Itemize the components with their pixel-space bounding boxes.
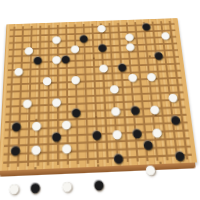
intersection[interactable]: ● — [9, 182, 20, 196]
intersection[interactable] — [43, 25, 52, 35]
intersection[interactable]: ● — [168, 92, 179, 103]
intersection[interactable] — [42, 55, 51, 66]
intersection[interactable]: ● — [71, 74, 81, 85]
intersection[interactable]: ● — [98, 43, 108, 53]
intersection[interactable] — [89, 43, 99, 53]
intersection[interactable] — [71, 85, 81, 96]
white-stone[interactable]: ● — [127, 71, 137, 82]
intersection[interactable] — [83, 179, 94, 193]
intersection[interactable]: ● — [97, 23, 106, 33]
intersection[interactable] — [100, 84, 110, 95]
intersection[interactable] — [41, 143, 51, 156]
intersection[interactable] — [72, 154, 83, 167]
intersection[interactable] — [42, 86, 52, 97]
white-stone[interactable]: ● — [146, 71, 157, 82]
white-stone[interactable]: ● — [112, 127, 123, 139]
white-stone[interactable]: ● — [9, 181, 20, 195]
intersection[interactable] — [80, 84, 90, 95]
go-grid: ●●●●●●●●●●●●●●●●●●●●●●●●●●●●●●●●●●●●●●●●… — [3, 21, 192, 168]
intersection[interactable] — [89, 63, 99, 74]
intersection[interactable] — [61, 25, 70, 35]
intersection[interactable] — [34, 35, 43, 45]
intersection[interactable] — [171, 40, 178, 50]
intersection[interactable]: ● — [52, 54, 61, 65]
intersection[interactable] — [80, 63, 90, 74]
intersection[interactable] — [41, 131, 51, 143]
intersection[interactable]: ● — [11, 120, 21, 132]
intersection[interactable] — [70, 53, 80, 64]
intersection[interactable]: ● — [110, 105, 121, 117]
intersection[interactable] — [32, 86, 42, 97]
intersection[interactable] — [51, 142, 61, 155]
intersection[interactable] — [72, 179, 83, 193]
intersection[interactable]: ● — [130, 104, 141, 116]
intersection[interactable] — [82, 129, 92, 141]
intersection[interactable] — [102, 140, 113, 153]
intersection[interactable]: ● — [22, 97, 32, 109]
intersection[interactable]: ● — [143, 139, 154, 152]
intersection[interactable]: ● — [93, 178, 104, 192]
intersection[interactable]: ● — [142, 22, 152, 32]
intersection[interactable] — [88, 24, 97, 34]
intersection[interactable]: ● — [52, 34, 61, 44]
intersection[interactable]: ● — [51, 130, 61, 142]
intersection[interactable] — [99, 73, 109, 84]
white-stone[interactable]: ● — [145, 163, 157, 176]
intersection[interactable] — [32, 97, 42, 109]
go-board: ●●●●●●●●●●●●●●●●●●●●●●●●●●●●●●●●●●●●●●●●… — [0, 18, 197, 171]
intersection[interactable] — [43, 35, 52, 45]
intersection[interactable] — [21, 132, 31, 144]
intersection[interactable]: ● — [14, 66, 24, 77]
intersection[interactable] — [12, 98, 22, 110]
white-stone[interactable]: ● — [71, 74, 81, 85]
black-stone[interactable]: ● — [79, 33, 88, 43]
intersection[interactable]: ● — [31, 143, 41, 156]
intersection[interactable] — [82, 141, 93, 154]
intersection[interactable] — [15, 36, 25, 46]
intersection[interactable] — [42, 108, 52, 120]
white-stone[interactable]: ● — [125, 41, 135, 51]
intersection[interactable] — [80, 74, 90, 85]
black-stone[interactable]: ● — [71, 106, 81, 118]
intersection[interactable]: ● — [117, 62, 127, 73]
black-stone[interactable]: ● — [113, 151, 124, 164]
black-stone[interactable]: ● — [130, 104, 141, 116]
intersection[interactable] — [72, 130, 82, 142]
white-stone[interactable]: ● — [160, 30, 170, 40]
intersection[interactable] — [172, 50, 179, 60]
intersection[interactable] — [21, 144, 32, 157]
intersection[interactable] — [52, 64, 61, 75]
intersection[interactable] — [52, 107, 62, 119]
intersection[interactable] — [52, 75, 62, 86]
black-stone[interactable]: ● — [174, 149, 186, 162]
intersection[interactable]: ● — [42, 75, 52, 86]
intersection[interactable] — [41, 119, 51, 131]
intersection[interactable]: ● — [146, 71, 157, 82]
intersection[interactable] — [34, 26, 43, 36]
intersection[interactable] — [188, 174, 197, 187]
intersection[interactable]: ● — [112, 128, 123, 140]
intersection[interactable]: ● — [24, 45, 34, 55]
intersection[interactable] — [81, 95, 91, 106]
white-stone[interactable]: ● — [109, 83, 119, 94]
intersection[interactable]: ● — [31, 120, 41, 132]
intersection[interactable] — [13, 87, 23, 98]
photo-background: ●●●●●●●●●●●●●●●●●●●●●●●●●●●●●●●●●●●●●●●●… — [0, 0, 200, 200]
intersection[interactable] — [33, 65, 43, 76]
white-stone[interactable]: ● — [52, 54, 61, 65]
intersection[interactable]: ● — [160, 30, 170, 40]
intersection[interactable]: ● — [30, 181, 41, 195]
intersection[interactable] — [90, 95, 100, 106]
intersection[interactable] — [16, 26, 25, 36]
intersection[interactable] — [21, 120, 31, 132]
white-stone[interactable]: ● — [31, 143, 41, 156]
black-stone[interactable]: ● — [143, 138, 154, 151]
intersection[interactable]: ● — [62, 118, 72, 130]
intersection[interactable]: ● — [70, 44, 79, 54]
white-stone[interactable]: ● — [42, 75, 52, 86]
black-stone[interactable]: ● — [61, 53, 70, 64]
intersection[interactable] — [41, 180, 52, 194]
intersection[interactable] — [102, 128, 113, 140]
black-stone[interactable]: ● — [10, 144, 21, 157]
black-stone[interactable]: ● — [153, 50, 163, 60]
intersection[interactable]: ● — [92, 129, 103, 141]
intersection[interactable] — [83, 166, 94, 179]
intersection[interactable]: ● — [127, 72, 137, 83]
intersection[interactable] — [19, 181, 30, 195]
intersection[interactable] — [103, 165, 114, 178]
white-stone[interactable]: ● — [52, 34, 61, 44]
intersection[interactable] — [10, 156, 21, 169]
white-stone[interactable]: ● — [31, 119, 41, 131]
intersection[interactable] — [71, 118, 81, 130]
intersection[interactable] — [42, 97, 52, 109]
black-stone[interactable]: ● — [132, 127, 143, 139]
white-stone[interactable]: ● — [99, 62, 109, 73]
intersection[interactable]: ● — [71, 107, 81, 119]
black-stone[interactable]: ● — [98, 42, 108, 52]
intersection[interactable]: ● — [99, 63, 109, 74]
intersection[interactable] — [23, 76, 33, 87]
intersection[interactable] — [15, 46, 25, 56]
intersection[interactable] — [89, 53, 99, 64]
intersection[interactable] — [61, 96, 71, 108]
intersection[interactable] — [81, 106, 91, 118]
intersection[interactable] — [181, 125, 189, 137]
intersection[interactable] — [41, 155, 51, 168]
intersection[interactable]: ● — [125, 41, 135, 51]
intersection[interactable] — [90, 73, 100, 84]
white-stone[interactable]: ● — [97, 23, 106, 33]
black-stone[interactable]: ● — [11, 120, 21, 132]
intersection[interactable]: ● — [174, 149, 186, 162]
intersection[interactable] — [70, 24, 79, 34]
intersection[interactable] — [24, 55, 34, 66]
intersection[interactable] — [82, 153, 93, 166]
intersection[interactable]: ● — [149, 103, 160, 115]
intersection[interactable] — [101, 117, 112, 129]
intersection[interactable] — [13, 76, 23, 87]
white-stone[interactable]: ● — [167, 91, 178, 102]
intersection[interactable] — [25, 26, 34, 36]
intersection[interactable]: ● — [62, 179, 73, 193]
intersection[interactable] — [79, 43, 89, 53]
intersection[interactable]: ● — [132, 127, 143, 139]
intersection[interactable] — [23, 65, 33, 76]
intersection[interactable]: ● — [10, 144, 21, 157]
intersection[interactable]: ● — [113, 152, 124, 165]
intersection[interactable] — [174, 70, 182, 81]
white-stone[interactable]: ● — [22, 97, 32, 109]
intersection[interactable]: ● — [152, 126, 163, 138]
intersection[interactable] — [101, 105, 111, 117]
black-stone[interactable]: ● — [51, 130, 61, 142]
black-stone[interactable]: ● — [33, 54, 43, 65]
intersection[interactable]: ● — [109, 83, 119, 94]
intersection[interactable] — [61, 64, 71, 75]
intersection[interactable] — [88, 33, 97, 43]
black-stone[interactable]: ● — [92, 128, 103, 140]
black-stone[interactable]: ● — [30, 180, 41, 194]
white-stone[interactable]: ● — [110, 105, 120, 117]
intersection[interactable] — [20, 168, 31, 181]
intersection[interactable] — [173, 60, 180, 71]
intersection[interactable] — [43, 45, 52, 55]
white-stone[interactable]: ● — [151, 126, 162, 138]
intersection[interactable] — [51, 155, 61, 168]
intersection[interactable] — [51, 180, 62, 194]
intersection[interactable] — [22, 109, 32, 121]
intersection[interactable] — [61, 34, 70, 44]
white-stone[interactable]: ● — [14, 65, 24, 76]
white-stone[interactable]: ● — [62, 179, 73, 193]
intersection[interactable] — [51, 167, 62, 180]
white-stone[interactable]: ● — [52, 96, 62, 108]
intersection[interactable] — [62, 154, 72, 167]
intersection[interactable]: ● — [170, 114, 181, 126]
intersection[interactable]: ● — [52, 96, 62, 108]
black-stone[interactable]: ● — [93, 178, 104, 192]
black-stone[interactable]: ● — [141, 21, 151, 31]
intersection[interactable] — [72, 142, 82, 155]
intersection[interactable] — [72, 166, 83, 179]
intersection[interactable] — [20, 156, 31, 169]
white-stone[interactable]: ● — [24, 45, 34, 55]
intersection[interactable] — [81, 118, 91, 130]
intersection[interactable] — [61, 74, 71, 85]
intersection[interactable] — [41, 168, 52, 181]
intersection[interactable] — [90, 84, 100, 95]
white-stone[interactable]: ● — [70, 43, 79, 53]
intersection[interactable] — [104, 178, 115, 192]
intersection[interactable]: ● — [79, 33, 88, 43]
intersection[interactable] — [103, 152, 114, 165]
intersection[interactable] — [61, 85, 71, 96]
white-stone[interactable]: ● — [149, 103, 160, 115]
intersection[interactable] — [33, 76, 43, 87]
intersection[interactable]: ● — [61, 54, 70, 65]
white-stone[interactable]: ● — [62, 141, 72, 154]
intersection[interactable]: ● — [154, 50, 164, 60]
intersection[interactable] — [92, 141, 103, 154]
black-stone[interactable]: ● — [117, 61, 127, 72]
white-stone[interactable]: ● — [62, 118, 72, 130]
intersection[interactable]: ● — [145, 163, 157, 176]
intersection[interactable] — [100, 94, 110, 105]
intersection[interactable]: ● — [62, 142, 72, 155]
intersection[interactable] — [80, 53, 90, 64]
intersection[interactable]: ● — [33, 55, 43, 66]
black-stone[interactable]: ● — [170, 113, 181, 125]
